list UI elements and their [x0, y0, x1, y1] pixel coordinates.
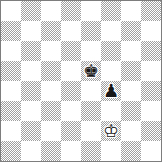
square-h4[interactable]: [141, 81, 161, 101]
chess-board: ♚♟♚♔: [0, 0, 162, 162]
square-g3[interactable]: [121, 101, 141, 121]
square-h3[interactable]: [141, 101, 161, 121]
square-b1[interactable]: [21, 141, 41, 161]
square-f4[interactable]: ♟: [101, 81, 121, 101]
square-f1[interactable]: [101, 141, 121, 161]
square-g7[interactable]: [121, 21, 141, 41]
square-f7[interactable]: [101, 21, 121, 41]
square-a7[interactable]: [1, 21, 21, 41]
square-c5[interactable]: [41, 61, 61, 81]
square-e1[interactable]: [81, 141, 101, 161]
square-d4[interactable]: [61, 81, 81, 101]
square-d8[interactable]: [61, 1, 81, 21]
square-b4[interactable]: [21, 81, 41, 101]
square-c2[interactable]: [41, 121, 61, 141]
square-d3[interactable]: [61, 101, 81, 121]
square-e7[interactable]: [81, 21, 101, 41]
square-f6[interactable]: [101, 41, 121, 61]
white-king[interactable]: ♚♔: [101, 121, 121, 141]
square-b6[interactable]: [21, 41, 41, 61]
square-b3[interactable]: [21, 101, 41, 121]
square-c8[interactable]: [41, 1, 61, 21]
black-pawn[interactable]: ♟: [101, 81, 121, 101]
square-h7[interactable]: [141, 21, 161, 41]
square-f8[interactable]: [101, 1, 121, 21]
square-c3[interactable]: [41, 101, 61, 121]
square-c1[interactable]: [41, 141, 61, 161]
square-d7[interactable]: [61, 21, 81, 41]
square-c4[interactable]: [41, 81, 61, 101]
square-a3[interactable]: [1, 101, 21, 121]
square-g1[interactable]: [121, 141, 141, 161]
square-h2[interactable]: [141, 121, 161, 141]
square-c6[interactable]: [41, 41, 61, 61]
square-d6[interactable]: [61, 41, 81, 61]
square-e3[interactable]: [81, 101, 101, 121]
square-a8[interactable]: [1, 1, 21, 21]
square-a5[interactable]: [1, 61, 21, 81]
square-f2[interactable]: ♚♔: [101, 121, 121, 141]
black-king[interactable]: ♚: [81, 61, 101, 81]
square-h6[interactable]: [141, 41, 161, 61]
square-e6[interactable]: [81, 41, 101, 61]
square-b2[interactable]: [21, 121, 41, 141]
square-g8[interactable]: [121, 1, 141, 21]
square-c7[interactable]: [41, 21, 61, 41]
square-b8[interactable]: [21, 1, 41, 21]
square-b7[interactable]: [21, 21, 41, 41]
square-h5[interactable]: [141, 61, 161, 81]
square-g4[interactable]: [121, 81, 141, 101]
square-h8[interactable]: [141, 1, 161, 21]
square-d1[interactable]: [61, 141, 81, 161]
square-f5[interactable]: [101, 61, 121, 81]
square-a4[interactable]: [1, 81, 21, 101]
square-e8[interactable]: [81, 1, 101, 21]
square-g6[interactable]: [121, 41, 141, 61]
square-e4[interactable]: [81, 81, 101, 101]
square-g5[interactable]: [121, 61, 141, 81]
square-a2[interactable]: [1, 121, 21, 141]
square-e5[interactable]: ♚: [81, 61, 101, 81]
square-d2[interactable]: [61, 121, 81, 141]
square-a6[interactable]: [1, 41, 21, 61]
square-h1[interactable]: [141, 141, 161, 161]
square-f3[interactable]: [101, 101, 121, 121]
square-g2[interactable]: [121, 121, 141, 141]
square-b5[interactable]: [21, 61, 41, 81]
square-a1[interactable]: [1, 141, 21, 161]
square-e2[interactable]: [81, 121, 101, 141]
piece-outline: ♔: [101, 121, 121, 141]
square-d5[interactable]: [61, 61, 81, 81]
